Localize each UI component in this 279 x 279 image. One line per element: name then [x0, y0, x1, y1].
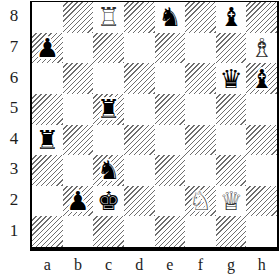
piece-black-king-c2[interactable]: ♚ — [93, 186, 124, 217]
square-f7[interactable] — [185, 33, 216, 64]
file-labels: abcdefgh — [32, 253, 277, 277]
square-a8[interactable] — [32, 2, 63, 33]
square-c1[interactable] — [93, 216, 124, 247]
square-a4[interactable]: ♜ — [32, 125, 63, 156]
square-g4[interactable] — [216, 125, 247, 156]
square-b8[interactable] — [63, 2, 94, 33]
rank-label-4: 4 — [0, 124, 28, 155]
rank-label-3: 3 — [0, 154, 28, 185]
piece-black-queen-g6[interactable]: ♛ — [216, 63, 247, 94]
square-g7[interactable] — [216, 33, 247, 64]
piece-black-pawn-b2[interactable]: ♟ — [63, 186, 94, 217]
square-e3[interactable] — [155, 155, 186, 186]
square-b4[interactable] — [63, 125, 94, 156]
square-c4[interactable] — [93, 125, 124, 156]
file-label-h: h — [246, 253, 277, 277]
square-g1[interactable] — [216, 216, 247, 247]
piece-black-rook-c5[interactable]: ♜ — [93, 94, 124, 125]
square-d8[interactable] — [124, 2, 155, 33]
square-d2[interactable] — [124, 186, 155, 217]
square-d1[interactable] — [124, 216, 155, 247]
rank-label-5: 5 — [0, 93, 28, 124]
file-label-b: b — [63, 253, 94, 277]
file-label-g: g — [216, 253, 247, 277]
file-label-a: a — [32, 253, 63, 277]
square-d6[interactable] — [124, 63, 155, 94]
square-a7[interactable]: ♟ — [32, 33, 63, 64]
file-label-f: f — [185, 253, 216, 277]
rank-label-6: 6 — [0, 62, 28, 93]
square-g2[interactable]: ♕ — [216, 186, 247, 217]
square-e8[interactable]: ♞ — [155, 2, 186, 33]
square-g6[interactable]: ♛ — [216, 63, 247, 94]
piece-white-queen-g2[interactable]: ♕ — [216, 186, 247, 217]
square-a6[interactable] — [32, 63, 63, 94]
file-label-c: c — [93, 253, 124, 277]
rank-label-7: 7 — [0, 32, 28, 63]
square-a3[interactable] — [32, 155, 63, 186]
square-e1[interactable] — [155, 216, 186, 247]
rank-labels: 87654321 — [0, 1, 28, 246]
file-label-d: d — [124, 253, 155, 277]
square-f4[interactable] — [185, 125, 216, 156]
piece-black-pawn-a7[interactable]: ♟ — [32, 33, 63, 64]
square-g5[interactable] — [216, 94, 247, 125]
square-e5[interactable] — [155, 94, 186, 125]
square-b1[interactable] — [63, 216, 94, 247]
square-h3[interactable] — [246, 155, 277, 186]
square-c2[interactable]: ♚ — [93, 186, 124, 217]
chess-diagram: 87654321 ♖♞♝♟♗♛♝♜♜♞♟♚♘♕ abcdefgh — [0, 0, 279, 279]
square-d5[interactable] — [124, 94, 155, 125]
square-h7[interactable]: ♗ — [246, 33, 277, 64]
chess-board: ♖♞♝♟♗♛♝♜♜♞♟♚♘♕ — [30, 1, 279, 251]
square-g3[interactable] — [216, 155, 247, 186]
square-b6[interactable] — [63, 63, 94, 94]
square-h1[interactable] — [246, 216, 277, 247]
piece-black-bishop-h6[interactable]: ♝ — [246, 63, 277, 94]
square-b2[interactable]: ♟ — [63, 186, 94, 217]
file-label-e: e — [155, 253, 186, 277]
square-c3[interactable]: ♞ — [93, 155, 124, 186]
square-d4[interactable] — [124, 125, 155, 156]
square-h4[interactable] — [246, 125, 277, 156]
square-c8[interactable]: ♖ — [93, 2, 124, 33]
square-d7[interactable] — [124, 33, 155, 64]
square-f1[interactable] — [185, 216, 216, 247]
square-a2[interactable] — [32, 186, 63, 217]
piece-white-rook-c8[interactable]: ♖ — [93, 2, 124, 33]
rank-label-8: 8 — [0, 1, 28, 32]
piece-black-knight-c3[interactable]: ♞ — [93, 155, 124, 186]
square-b5[interactable] — [63, 94, 94, 125]
square-b7[interactable] — [63, 33, 94, 64]
square-c6[interactable] — [93, 63, 124, 94]
piece-black-bishop-g8[interactable]: ♝ — [216, 2, 247, 33]
square-c5[interactable]: ♜ — [93, 94, 124, 125]
square-a5[interactable] — [32, 94, 63, 125]
square-b3[interactable] — [63, 155, 94, 186]
square-f3[interactable] — [185, 155, 216, 186]
piece-white-bishop-h7[interactable]: ♗ — [246, 33, 277, 64]
piece-black-knight-e8[interactable]: ♞ — [155, 2, 186, 33]
square-e7[interactable] — [155, 33, 186, 64]
square-f6[interactable] — [185, 63, 216, 94]
square-h2[interactable] — [246, 186, 277, 217]
square-e4[interactable] — [155, 125, 186, 156]
square-f2[interactable]: ♘ — [185, 186, 216, 217]
piece-black-rook-a4[interactable]: ♜ — [32, 125, 63, 156]
square-h8[interactable] — [246, 2, 277, 33]
square-f5[interactable] — [185, 94, 216, 125]
rank-label-1: 1 — [0, 215, 28, 246]
square-h5[interactable] — [246, 94, 277, 125]
piece-white-knight-f2[interactable]: ♘ — [185, 186, 216, 217]
square-d3[interactable] — [124, 155, 155, 186]
square-f8[interactable] — [185, 2, 216, 33]
square-e2[interactable] — [155, 186, 186, 217]
square-e6[interactable] — [155, 63, 186, 94]
square-h6[interactable]: ♝ — [246, 63, 277, 94]
square-a1[interactable] — [32, 216, 63, 247]
square-c7[interactable] — [93, 33, 124, 64]
rank-label-2: 2 — [0, 185, 28, 216]
square-g8[interactable]: ♝ — [216, 2, 247, 33]
